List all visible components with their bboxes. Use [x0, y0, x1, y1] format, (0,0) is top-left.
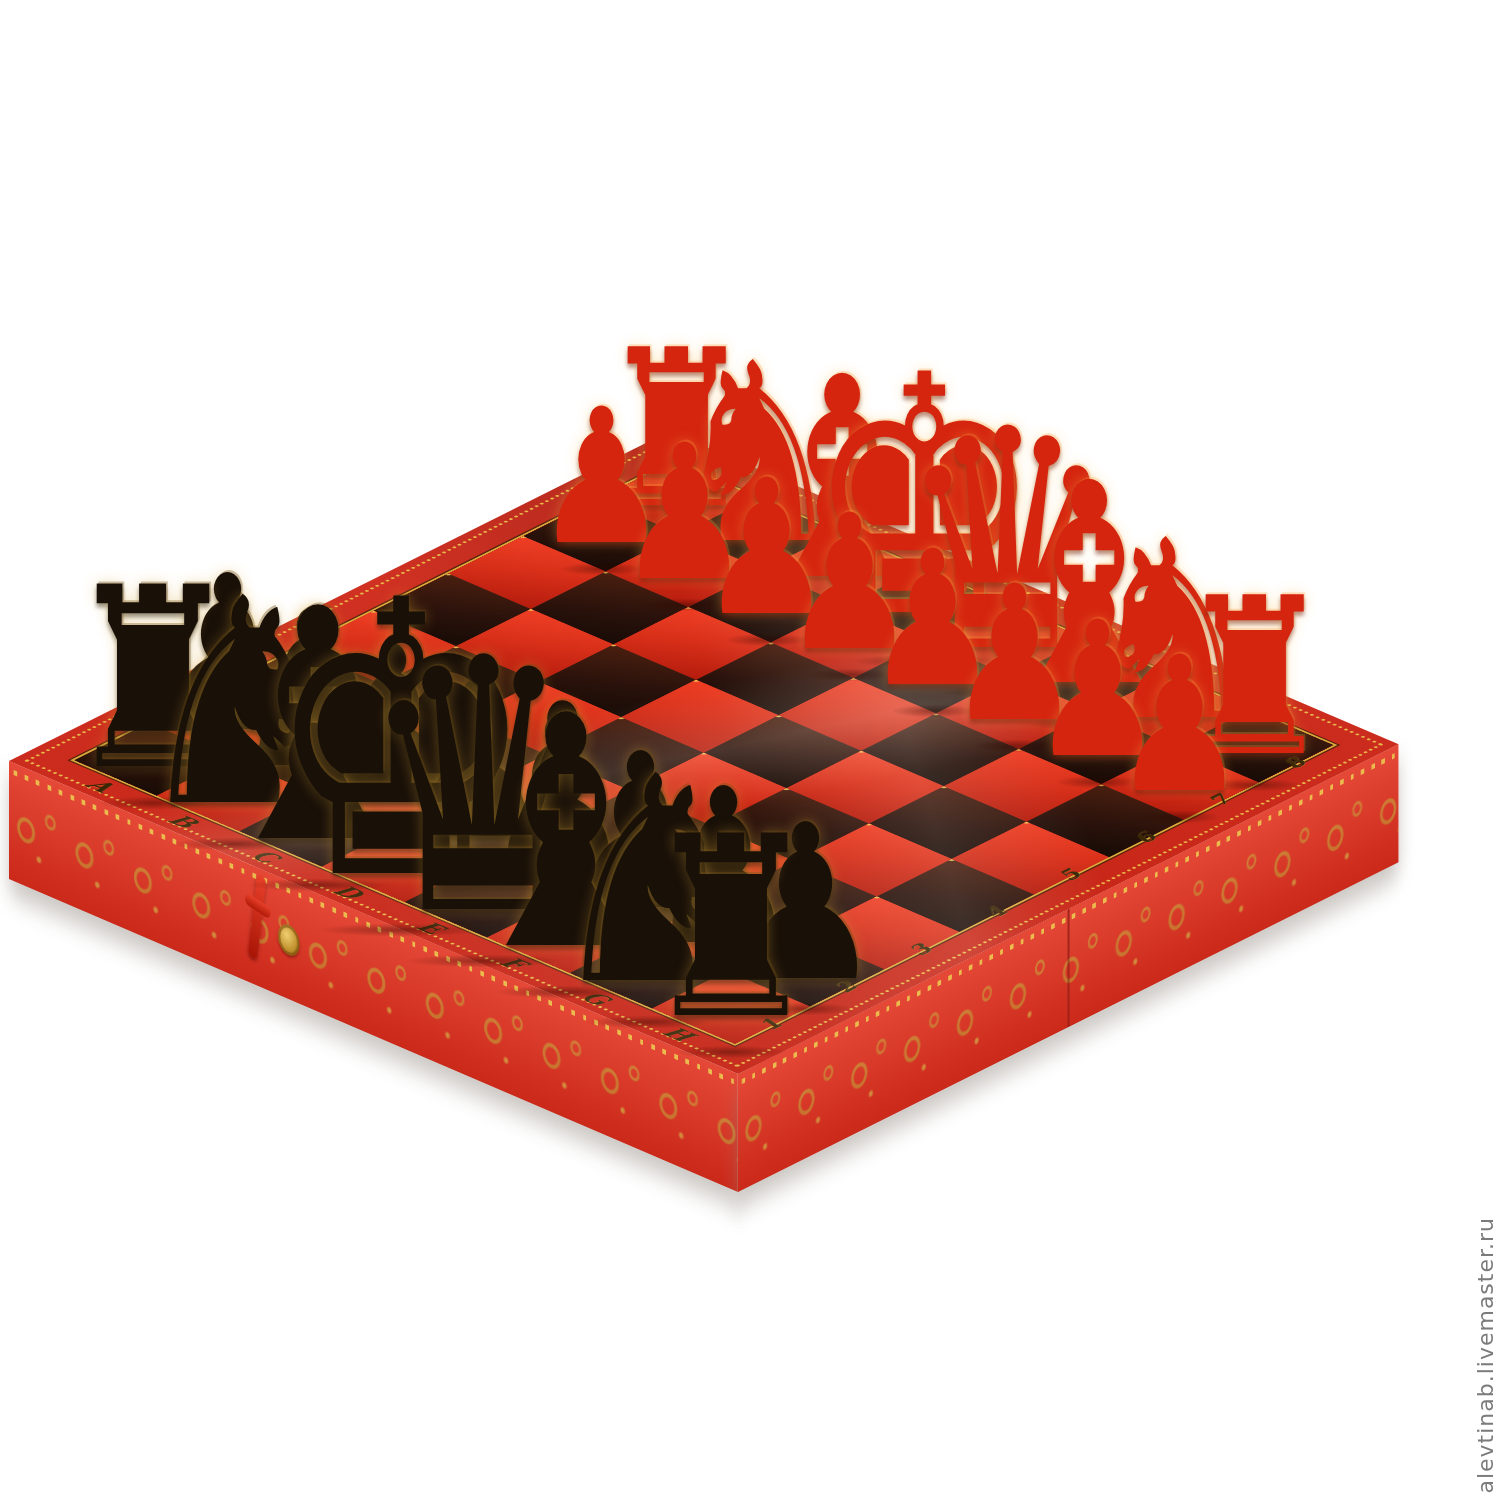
pawn-glyph: ♟: [1105, 632, 1255, 819]
hinge-seam: [1068, 908, 1070, 1027]
product-photo: ABCDEFGH 12345678 ♜♞♝♚♛♝♞♜♟♟♟♟♟♟♟♟♟♟♟♟♟♟…: [0, 0, 1500, 1500]
watermark: alevtinab.livemaster.ru: [1473, 1217, 1498, 1494]
rook-glyph: ♜: [631, 804, 831, 1054]
piece-black-rook-h1[interactable]: ♜: [631, 804, 831, 1054]
piece-red-pawn-h7[interactable]: ♟: [1105, 632, 1255, 819]
